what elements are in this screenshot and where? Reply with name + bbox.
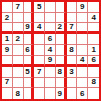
sudoku-cell-r6c7[interactable] — [67, 56, 78, 67]
sudoku-cell-r4c2: 2 — [13, 34, 24, 45]
sudoku-cell-r4c8[interactable] — [77, 34, 88, 45]
sudoku-cell-r4c5: 6 — [45, 34, 56, 45]
sudoku-cell-r4c9[interactable] — [88, 34, 99, 45]
sudoku-cell-r1c7[interactable] — [67, 2, 78, 13]
sudoku-cell-r5c3: 6 — [24, 45, 35, 56]
sudoku-cell-r7c8[interactable] — [77, 67, 88, 78]
sudoku-cell-r8c1: 7 — [2, 78, 13, 89]
sudoku-cell-r6c8: 4 — [77, 56, 88, 67]
sudoku-cell-r6c9: 6 — [88, 56, 99, 67]
sudoku-cell-r9c7[interactable] — [67, 88, 78, 99]
sudoku-cell-r3c1[interactable] — [2, 23, 13, 34]
sudoku-cell-r7c6: 8 — [56, 67, 67, 78]
sudoku-cell-r8c7[interactable] — [67, 78, 78, 89]
sudoku-cell-r4c6[interactable] — [56, 34, 67, 45]
sudoku-cell-r1c8: 9 — [77, 2, 88, 13]
sudoku-cell-r6c2[interactable] — [13, 56, 24, 67]
sudoku-cell-r4c4[interactable] — [34, 34, 45, 45]
sudoku-cell-r9c5[interactable] — [45, 88, 56, 99]
sudoku-cell-r3c7: 7 — [67, 23, 78, 34]
sudoku-cell-r8c8[interactable] — [77, 78, 88, 89]
sudoku-cell-r9c1[interactable] — [2, 88, 13, 99]
sudoku-cell-r4c3[interactable] — [24, 34, 35, 45]
sudoku-cell-r5c2[interactable] — [13, 45, 24, 56]
sudoku-cell-r2c5[interactable] — [45, 13, 56, 24]
sudoku-cell-r1c4: 5 — [34, 2, 45, 13]
sudoku-cell-r4c1: 1 — [2, 34, 13, 45]
sudoku-cell-r8c4[interactable] — [34, 78, 45, 89]
sudoku-cell-r8c6[interactable] — [56, 78, 67, 89]
sudoku-cell-r3c6: 2 — [56, 23, 67, 34]
sudoku-cell-r3c4: 4 — [34, 23, 45, 34]
sudoku-cell-r9c6: 9 — [56, 88, 67, 99]
sudoku-cell-r1c3[interactable] — [24, 2, 35, 13]
sudoku-cell-r7c5[interactable] — [45, 67, 56, 78]
sudoku-cell-r3c9[interactable] — [88, 23, 99, 34]
sudoku-cell-r2c9: 4 — [88, 13, 99, 24]
sudoku-cell-r4c7[interactable] — [67, 34, 78, 45]
sudoku-cell-r7c9[interactable] — [88, 67, 99, 78]
sudoku-cell-r9c9[interactable] — [88, 88, 99, 99]
sudoku-cell-r2c2[interactable] — [13, 13, 24, 24]
sudoku-cell-r9c2: 8 — [13, 88, 24, 99]
sudoku-board: 75924942712696481946578378896 — [0, 0, 101, 101]
sudoku-cell-r2c8[interactable] — [77, 13, 88, 24]
sudoku-cell-r3c2[interactable] — [13, 23, 24, 34]
sudoku-cell-r7c7: 3 — [67, 67, 78, 78]
sudoku-cell-r9c8: 6 — [77, 88, 88, 99]
sudoku-cell-r1c5[interactable] — [45, 2, 56, 13]
sudoku-cell-r5c6[interactable] — [56, 45, 67, 56]
sudoku-cell-r9c3[interactable] — [24, 88, 35, 99]
sudoku-cell-r7c4: 7 — [34, 67, 45, 78]
sudoku-cell-r1c6[interactable] — [56, 2, 67, 13]
sudoku-cell-r1c1[interactable] — [2, 2, 13, 13]
sudoku-cell-r6c6[interactable] — [56, 56, 67, 67]
sudoku-cell-r7c2[interactable] — [13, 67, 24, 78]
sudoku-cell-r6c1[interactable] — [2, 56, 13, 67]
sudoku-cell-r5c7: 8 — [67, 45, 78, 56]
sudoku-cell-r6c5: 9 — [45, 56, 56, 67]
sudoku-cell-r6c4[interactable] — [34, 56, 45, 67]
sudoku-cell-r1c9[interactable] — [88, 2, 99, 13]
sudoku-cell-r7c3: 5 — [24, 67, 35, 78]
sudoku-cell-r8c9: 8 — [88, 78, 99, 89]
sudoku-cell-r2c1: 2 — [2, 13, 13, 24]
sudoku-cell-r9c4[interactable] — [34, 88, 45, 99]
sudoku-cell-r3c3: 9 — [24, 23, 35, 34]
sudoku-cell-r6c3[interactable] — [24, 56, 35, 67]
sudoku-cell-r3c8[interactable] — [77, 23, 88, 34]
sudoku-cell-r7c1[interactable] — [2, 67, 13, 78]
sudoku-cell-r1c2: 7 — [13, 2, 24, 13]
sudoku-cell-r5c4[interactable] — [34, 45, 45, 56]
sudoku-cell-r3c5[interactable] — [45, 23, 56, 34]
sudoku-cell-r8c5[interactable] — [45, 78, 56, 89]
sudoku-cell-r8c2[interactable] — [13, 78, 24, 89]
sudoku-cell-r8c3[interactable] — [24, 78, 35, 89]
sudoku-cell-r5c1: 9 — [2, 45, 13, 56]
